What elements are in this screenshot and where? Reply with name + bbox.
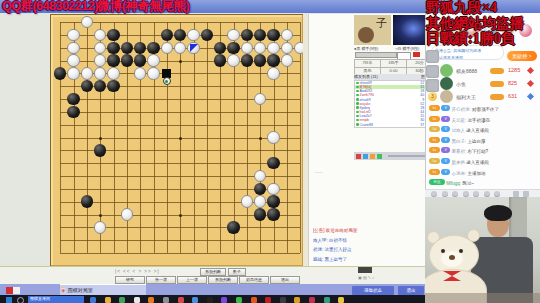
black-stone	[94, 80, 106, 92]
move-number-badge	[163, 77, 171, 85]
star-point	[99, 214, 102, 217]
black-stone	[67, 93, 79, 105]
red-indicator	[413, 52, 420, 57]
black-stone	[254, 54, 266, 66]
black-stone	[267, 157, 279, 169]
rank-pill	[490, 94, 504, 100]
webcam-view	[425, 197, 540, 303]
rank-count: 1285	[508, 67, 520, 73]
system-line: ——	[315, 169, 323, 174]
black-stone	[201, 29, 213, 41]
person-hair	[484, 205, 512, 221]
pinned-notice: 主播公告: 其他网站均盗播 请认准本直播间	[431, 45, 504, 60]
white-stone	[241, 42, 253, 54]
black-stone	[54, 67, 66, 79]
star-point	[259, 137, 262, 140]
white-stone	[161, 42, 173, 54]
taskbar-app-icon[interactable]	[90, 297, 96, 303]
toolbar-icon[interactable]	[377, 154, 382, 159]
white-stone	[281, 29, 293, 41]
black-stone	[161, 29, 173, 41]
toolbar-button[interactable]: 第一谱	[146, 276, 176, 284]
white-stone	[81, 67, 93, 79]
toolbar-button[interactable]: 退出	[270, 276, 300, 284]
white-stone	[67, 29, 79, 41]
contribution-rank-button[interactable]: 贡献榜 >	[507, 51, 537, 61]
live-chat-row: Lv V 新来的 进入直播间	[429, 158, 539, 169]
panel-toolbar[interactable]	[354, 152, 430, 160]
white-stone	[94, 67, 106, 79]
black-stone	[94, 144, 106, 156]
toolbar-button[interactable]: 形势判断	[208, 276, 238, 284]
taskbar-app-icon[interactable]	[221, 297, 227, 303]
white-stone	[94, 42, 106, 54]
white-stone	[107, 67, 119, 79]
black-player-label: ●黑 棋手(9段)	[354, 46, 378, 51]
taskbar-app-icon[interactable]	[236, 297, 242, 303]
time-bar	[355, 52, 397, 58]
chat-line: [公告] 欢迎光临对局室	[313, 226, 429, 236]
live-chat-row: Lv V 爱看棋: 右下打劫?	[429, 147, 539, 158]
grid-line-v	[207, 22, 208, 253]
white-stone	[267, 183, 279, 195]
rank-name: 棋友8888	[456, 68, 477, 74]
black-stone	[81, 195, 93, 207]
live-chat-row: Lv V 过路人 进入直播间	[429, 126, 539, 137]
black-stone	[227, 221, 239, 233]
white-stone	[281, 54, 293, 66]
floor	[425, 293, 540, 303]
live-chat-row: Lv V 小迷弟: 主播加油	[429, 169, 539, 180]
live-chat-row: Lv V 天元星: 这手棋漂亮	[429, 116, 539, 127]
rank-count: 631	[508, 93, 517, 99]
taskbar-app-icon[interactable]	[294, 297, 300, 303]
side-logo-icon	[426, 65, 439, 78]
taskbar-app-icon[interactable]	[207, 297, 213, 303]
white-stone	[281, 42, 293, 54]
taskbar-app-icon[interactable]	[192, 297, 198, 303]
chat-line: 路人甲: 白棋不错	[313, 236, 429, 246]
black-stone	[107, 80, 119, 92]
toolbar-icon[interactable]	[356, 154, 361, 159]
star-point	[179, 60, 182, 63]
rank-pill	[490, 68, 504, 74]
live-chat-row: Lv V 开心棋迷: 对面顶不住了	[429, 105, 539, 116]
taskbar-app-icon[interactable]	[119, 297, 125, 303]
white-stone	[174, 42, 186, 54]
chat-line: 棋迷: 这里打入好点	[313, 245, 429, 255]
black-stone	[254, 208, 266, 220]
live-chat-row: Lv V 黑白子: 上边白厚	[429, 137, 539, 148]
star-point	[99, 137, 102, 140]
taskbar-app-icon[interactable]	[163, 297, 169, 303]
taskbar-app-icon[interactable]	[251, 297, 257, 303]
taskbar-app-icon[interactable]	[178, 297, 184, 303]
white-stone	[254, 195, 266, 207]
rank-name: 福利大王	[456, 94, 476, 100]
black-stone	[267, 29, 279, 41]
white-stone	[94, 221, 106, 233]
toolbar-button[interactable]: 上一谱	[177, 276, 207, 284]
black-stone	[107, 42, 119, 54]
black-stone	[267, 195, 279, 207]
white-stone	[134, 67, 146, 79]
white-stone	[94, 29, 106, 41]
black-stone	[134, 54, 146, 66]
list-item[interactable]: Crane885037	[355, 123, 431, 127]
taskbar-app-icon[interactable]	[265, 297, 271, 303]
black-stone	[134, 42, 146, 54]
rank-name: 小鱼	[456, 81, 466, 87]
black-stone	[267, 54, 279, 66]
rank-count: 825	[508, 80, 517, 86]
black-stone	[121, 42, 133, 54]
white-stone	[147, 67, 159, 79]
side-logo-icon	[426, 79, 439, 92]
search-icon[interactable]	[17, 297, 24, 303]
mini-box	[358, 267, 372, 273]
white-stone	[94, 54, 106, 66]
black-stone	[81, 80, 93, 92]
grid-line-h	[60, 253, 300, 254]
last-move-marker-icon	[190, 44, 198, 52]
mini-tools[interactable]: ▣ ▤ ✎ ⌕	[358, 275, 374, 280]
taskbar-app-icon[interactable]	[105, 297, 111, 303]
grid-line-h	[60, 240, 300, 241]
black-stone	[174, 29, 186, 41]
teddy-nose	[449, 255, 455, 260]
taskbar-app-icon[interactable]	[309, 297, 315, 303]
toolbar-slider[interactable]	[388, 155, 426, 157]
white-stone	[187, 29, 199, 41]
black-stone	[121, 54, 133, 66]
white-stone	[254, 42, 266, 54]
white-stone	[67, 67, 79, 79]
go-board[interactable]	[50, 14, 305, 268]
figure-art	[358, 27, 374, 43]
streamer-announcement: 野狐九段×4 其他網站均盜播 日戰績:1勝0負	[426, 0, 540, 47]
white-stone	[67, 54, 79, 66]
white-stone	[67, 42, 79, 54]
black-stone	[67, 106, 79, 118]
white-stone	[254, 170, 266, 182]
grid-line-h	[60, 163, 300, 164]
rank-avatar[interactable]	[440, 64, 453, 77]
white-stone	[254, 93, 266, 105]
white-stone	[227, 54, 239, 66]
white-player-label: ○白 棋手(9段)	[395, 46, 419, 51]
adjust-board-button[interactable]: 调整棋盘	[352, 286, 394, 295]
black-stone	[147, 42, 159, 54]
taskbar-search-input[interactable]: 围棋直播间	[28, 296, 84, 303]
toolbar-button[interactable]: 研究	[115, 276, 145, 284]
game-info-panel: 子 ●黑 棋手(9段) ○白 棋手(9段) 7目半185手20分黑先0:0030…	[308, 14, 431, 284]
taskbar-app-icon[interactable]	[280, 297, 286, 303]
star-point	[179, 137, 182, 140]
black-stone	[214, 54, 226, 66]
stream-banner-text: QQ群(648302212)微博(神奇無尾熊)	[2, 0, 432, 15]
toolbar-icon[interactable]	[363, 154, 368, 159]
teddy-eye-right	[459, 249, 463, 253]
white-stone	[267, 67, 279, 79]
toolbar-button[interactable]: 对局信息	[239, 276, 269, 284]
toolbar-icon[interactable]	[370, 154, 375, 159]
chat-line: 观战: 黑上边亏了	[313, 255, 429, 265]
white-stone	[227, 29, 239, 41]
black-stone	[267, 208, 279, 220]
black-stone	[241, 54, 253, 66]
player-photo-black: 子	[354, 15, 391, 45]
white-stone	[147, 54, 159, 66]
start-button-icon[interactable]	[6, 297, 12, 303]
side-logo-icon	[426, 50, 439, 63]
app-badge-icon	[6, 287, 20, 294]
black-stone	[241, 29, 253, 41]
calligraphy-art: 子	[376, 16, 387, 31]
screen: QQ群(648302212)微博(神奇無尾熊) 子 ●黑 棋手(9段) ○白 棋…	[0, 0, 540, 303]
grid-line-v	[300, 22, 301, 253]
taskbar-app-icon[interactable]	[134, 297, 140, 303]
taskbar-app-icon[interactable]	[338, 297, 344, 303]
black-stone	[107, 54, 119, 66]
exit-button[interactable]: 退出	[398, 286, 424, 295]
taskbar-app-icon[interactable]	[148, 297, 154, 303]
user-list[interactable]: shine094512延9段红8831Awd0922318Zwnh7905640…	[354, 80, 432, 128]
white-stone	[267, 42, 279, 54]
black-stone	[214, 42, 226, 54]
move-nav[interactable]: |< << < > >> >|	[115, 269, 160, 274]
star-point	[179, 214, 182, 217]
white-stone	[241, 195, 253, 207]
black-stone	[107, 29, 119, 41]
black-stone	[254, 183, 266, 195]
taskbar-app-icon[interactable]	[324, 297, 330, 303]
black-stone	[227, 42, 239, 54]
board-toolbar: |< << < > >> >| 形势判断 数子 研究第一谱上一谱形势判断对局信息…	[0, 266, 430, 285]
grid-line-v	[194, 22, 195, 253]
black-stone	[254, 29, 266, 41]
white-stone	[267, 131, 279, 143]
rank-pill	[490, 81, 504, 87]
white-stone	[121, 208, 133, 220]
teddy-eye-left	[441, 249, 445, 253]
white-stone	[81, 16, 93, 28]
list-header: 棋友列表 (11) 胜 负	[354, 74, 430, 80]
